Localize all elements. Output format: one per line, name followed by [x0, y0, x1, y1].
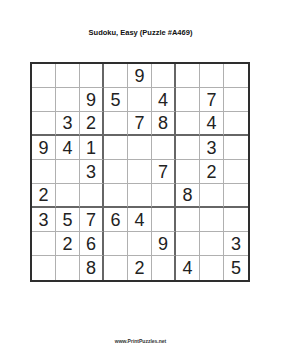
sudoku-cell-r1c4[interactable]	[104, 64, 128, 88]
sudoku-cell-r9c6[interactable]	[152, 256, 176, 280]
sudoku-cell-r3c7[interactable]	[176, 112, 200, 136]
sudoku-cell-r1c7[interactable]	[176, 64, 200, 88]
sudoku-cell-r3c6[interactable]: 8	[152, 112, 176, 136]
sudoku-cell-r4c4[interactable]	[104, 136, 128, 160]
sudoku-cell-r5c3[interactable]: 3	[80, 160, 104, 184]
sudoku-cell-r4c6[interactable]	[152, 136, 176, 160]
sudoku-cell-r7c7[interactable]	[176, 208, 200, 232]
sudoku-cell-r5c1[interactable]	[32, 160, 56, 184]
sudoku-cell-r2c5[interactable]	[128, 88, 152, 112]
sudoku-cell-r7c9[interactable]	[224, 208, 248, 232]
sudoku-cell-r6c5[interactable]	[128, 184, 152, 208]
sudoku-cell-r7c6[interactable]	[152, 208, 176, 232]
puzzle-title: Sudoku, Easy (Puzzle #A469)	[0, 28, 281, 37]
sudoku-cell-r4c2[interactable]: 4	[56, 136, 80, 160]
sudoku-cell-r7c4[interactable]: 6	[104, 208, 128, 232]
sudoku-cell-r8c3[interactable]: 6	[80, 232, 104, 256]
sudoku-cell-r3c4[interactable]	[104, 112, 128, 136]
sudoku-cell-r4c1[interactable]: 9	[32, 136, 56, 160]
sudoku-cell-r8c2[interactable]: 2	[56, 232, 80, 256]
sudoku-cell-r3c3[interactable]: 2	[80, 112, 104, 136]
sudoku-cell-r5c6[interactable]: 7	[152, 160, 176, 184]
sudoku-cell-r2c9[interactable]	[224, 88, 248, 112]
sudoku-cell-r4c7[interactable]	[176, 136, 200, 160]
sudoku-cell-r1c2[interactable]	[56, 64, 80, 88]
sudoku-cell-r3c8[interactable]: 4	[200, 112, 224, 136]
sudoku-cell-r2c6[interactable]: 4	[152, 88, 176, 112]
sudoku-cell-r6c3[interactable]	[80, 184, 104, 208]
sudoku-cell-r8c6[interactable]: 9	[152, 232, 176, 256]
sudoku-cell-r5c4[interactable]	[104, 160, 128, 184]
sudoku-cell-r1c8[interactable]	[200, 64, 224, 88]
sudoku-cell-r8c5[interactable]	[128, 232, 152, 256]
sudoku-cell-r3c5[interactable]: 7	[128, 112, 152, 136]
sudoku-cell-r5c7[interactable]	[176, 160, 200, 184]
sudoku-cell-r3c9[interactable]	[224, 112, 248, 136]
sudoku-cell-r9c4[interactable]	[104, 256, 128, 280]
sudoku-board: 99547327849413372283576426938245	[30, 62, 250, 282]
sudoku-cell-r6c6[interactable]	[152, 184, 176, 208]
sudoku-cell-r7c2[interactable]: 5	[56, 208, 80, 232]
sudoku-cell-r1c1[interactable]	[32, 64, 56, 88]
sudoku-cell-r2c7[interactable]	[176, 88, 200, 112]
sudoku-cell-r2c8[interactable]: 7	[200, 88, 224, 112]
sudoku-cell-r2c2[interactable]	[56, 88, 80, 112]
sudoku-cell-r6c1[interactable]: 2	[32, 184, 56, 208]
sudoku-cell-r9c5[interactable]: 2	[128, 256, 152, 280]
sudoku-cell-r8c8[interactable]	[200, 232, 224, 256]
sudoku-cell-r3c2[interactable]: 3	[56, 112, 80, 136]
sudoku-cell-r9c8[interactable]	[200, 256, 224, 280]
sudoku-cell-r9c2[interactable]	[56, 256, 80, 280]
sudoku-cell-r8c7[interactable]	[176, 232, 200, 256]
sudoku-cell-r9c1[interactable]	[32, 256, 56, 280]
sudoku-cell-r5c5[interactable]	[128, 160, 152, 184]
sudoku-cell-r1c6[interactable]	[152, 64, 176, 88]
sudoku-cell-r5c8[interactable]: 2	[200, 160, 224, 184]
sudoku-cell-r9c7[interactable]: 4	[176, 256, 200, 280]
sudoku-cell-r1c9[interactable]	[224, 64, 248, 88]
puzzle-page: Sudoku, Easy (Puzzle #A469) 995473278494…	[0, 0, 281, 363]
sudoku-cell-r9c3[interactable]: 8	[80, 256, 104, 280]
sudoku-cell-r6c2[interactable]	[56, 184, 80, 208]
sudoku-cell-r8c1[interactable]	[32, 232, 56, 256]
sudoku-cell-r4c5[interactable]	[128, 136, 152, 160]
sudoku-cell-r6c9[interactable]	[224, 184, 248, 208]
sudoku-cell-r8c9[interactable]: 3	[224, 232, 248, 256]
sudoku-cell-r4c9[interactable]	[224, 136, 248, 160]
sudoku-cell-r7c1[interactable]: 3	[32, 208, 56, 232]
sudoku-cell-r7c8[interactable]	[200, 208, 224, 232]
sudoku-cell-r4c3[interactable]: 1	[80, 136, 104, 160]
sudoku-cell-r2c1[interactable]	[32, 88, 56, 112]
footer-url: www.PrintPuzzles.net	[0, 338, 281, 344]
sudoku-cell-r3c1[interactable]	[32, 112, 56, 136]
sudoku-cell-r7c3[interactable]: 7	[80, 208, 104, 232]
sudoku-cell-r6c4[interactable]	[104, 184, 128, 208]
sudoku-cell-r7c5[interactable]: 4	[128, 208, 152, 232]
sudoku-cell-r5c2[interactable]	[56, 160, 80, 184]
sudoku-cell-r4c8[interactable]: 3	[200, 136, 224, 160]
sudoku-cell-r8c4[interactable]	[104, 232, 128, 256]
sudoku-cell-r5c9[interactable]	[224, 160, 248, 184]
sudoku-cell-r6c8[interactable]	[200, 184, 224, 208]
sudoku-cell-r6c7[interactable]: 8	[176, 184, 200, 208]
sudoku-cell-r1c3[interactable]	[80, 64, 104, 88]
sudoku-cell-r2c3[interactable]: 9	[80, 88, 104, 112]
sudoku-cell-r9c9[interactable]: 5	[224, 256, 248, 280]
sudoku-cell-r1c5[interactable]: 9	[128, 64, 152, 88]
sudoku-cell-r2c4[interactable]: 5	[104, 88, 128, 112]
